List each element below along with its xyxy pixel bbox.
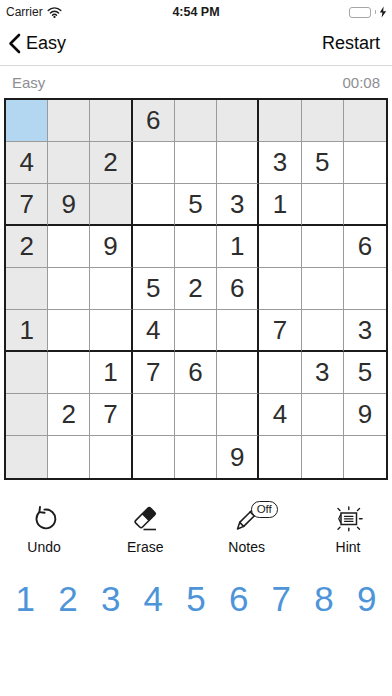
notes-button[interactable]: Off Notes [211, 504, 283, 555]
cell-r1c8[interactable] [344, 142, 386, 184]
numpad-6[interactable]: 6 [217, 579, 260, 619]
cell-r5c0[interactable]: 1 [6, 310, 48, 352]
cell-r4c7[interactable] [302, 268, 344, 310]
cell-r7c0[interactable] [6, 394, 48, 436]
notes-label: Notes [228, 539, 265, 555]
cell-r0c5[interactable] [217, 100, 259, 142]
subheader: Easy 00:08 [0, 66, 392, 98]
cell-r1c4[interactable] [175, 142, 217, 184]
cell-r4c6[interactable] [259, 268, 301, 310]
cell-r6c3[interactable]: 7 [133, 352, 175, 394]
cell-r2c5[interactable]: 3 [217, 184, 259, 226]
hint-label: Hint [336, 539, 361, 555]
undo-button[interactable]: Undo [8, 504, 80, 555]
cell-r3c7[interactable] [302, 226, 344, 268]
cell-r2c8[interactable] [344, 184, 386, 226]
timer: 00:08 [342, 74, 380, 91]
cell-r7c8[interactable]: 9 [344, 394, 386, 436]
cell-r1c6[interactable]: 3 [259, 142, 301, 184]
cell-r8c4[interactable] [175, 436, 217, 478]
battery-icon [349, 7, 371, 18]
toolbar: Undo Erase Off [0, 504, 392, 555]
cell-r3c5[interactable]: 1 [217, 226, 259, 268]
cell-r6c7[interactable]: 3 [302, 352, 344, 394]
cell-r6c4[interactable]: 6 [175, 352, 217, 394]
numpad-1[interactable]: 1 [4, 579, 47, 619]
back-button[interactable]: Easy [8, 33, 66, 54]
nav-bar: Easy Restart [0, 22, 392, 66]
cell-r2c0[interactable]: 7 [6, 184, 48, 226]
cell-r0c3[interactable]: 6 [133, 100, 175, 142]
number-pad: 123456789 [4, 579, 388, 619]
cell-r7c3[interactable] [133, 394, 175, 436]
undo-label: Undo [27, 539, 60, 555]
cell-r0c8[interactable] [344, 100, 386, 142]
numpad-8[interactable]: 8 [303, 579, 346, 619]
cell-r5c6[interactable]: 7 [259, 310, 301, 352]
cell-r2c7[interactable] [302, 184, 344, 226]
cell-r6c0[interactable] [6, 352, 48, 394]
cell-r0c1[interactable] [48, 100, 90, 142]
undo-icon [29, 504, 59, 534]
cell-r8c6[interactable] [259, 436, 301, 478]
sudoku-board: 6423579531291652614731763527499 [4, 98, 388, 480]
cell-r4c4[interactable]: 2 [175, 268, 217, 310]
cell-r8c3[interactable] [133, 436, 175, 478]
charging-bolt-icon [379, 6, 387, 18]
numpad-2[interactable]: 2 [47, 579, 90, 619]
cell-r7c4[interactable] [175, 394, 217, 436]
carrier-label: Carrier [6, 5, 43, 19]
cell-r5c4[interactable] [175, 310, 217, 352]
cell-r5c8[interactable]: 3 [344, 310, 386, 352]
cell-r8c0[interactable] [6, 436, 48, 478]
hint-icon [331, 504, 365, 534]
cell-r3c4[interactable] [175, 226, 217, 268]
cell-r2c6[interactable]: 1 [259, 184, 301, 226]
cell-r2c1[interactable]: 9 [48, 184, 90, 226]
numpad-3[interactable]: 3 [89, 579, 132, 619]
cell-r1c2[interactable]: 2 [90, 142, 132, 184]
cell-r2c4[interactable]: 5 [175, 184, 217, 226]
cell-r3c6[interactable] [259, 226, 301, 268]
cell-r2c3[interactable] [133, 184, 175, 226]
cell-r7c6[interactable]: 4 [259, 394, 301, 436]
cell-r0c2[interactable] [90, 100, 132, 142]
cell-r7c2[interactable]: 7 [90, 394, 132, 436]
eraser-icon [130, 504, 160, 534]
cell-r7c1[interactable]: 2 [48, 394, 90, 436]
cell-r3c2[interactable]: 9 [90, 226, 132, 268]
cell-r5c2[interactable] [90, 310, 132, 352]
back-chevron-icon [8, 33, 21, 54]
cell-r5c3[interactable]: 4 [133, 310, 175, 352]
cell-r5c5[interactable] [217, 310, 259, 352]
cell-r3c0[interactable]: 2 [6, 226, 48, 268]
cell-r0c6[interactable] [259, 100, 301, 142]
back-label: Easy [26, 33, 66, 54]
cell-r6c5[interactable] [217, 352, 259, 394]
cell-r0c7[interactable] [302, 100, 344, 142]
cell-r4c8[interactable] [344, 268, 386, 310]
cell-r5c7[interactable] [302, 310, 344, 352]
erase-label: Erase [127, 539, 164, 555]
cell-r8c5[interactable]: 9 [217, 436, 259, 478]
restart-button[interactable]: Restart [322, 33, 380, 54]
cell-r8c8[interactable] [344, 436, 386, 478]
cell-r1c0[interactable]: 4 [6, 142, 48, 184]
difficulty-label: Easy [12, 74, 45, 91]
cell-r1c7[interactable]: 5 [302, 142, 344, 184]
cell-r6c2[interactable]: 1 [90, 352, 132, 394]
numpad-7[interactable]: 7 [260, 579, 303, 619]
cell-r8c2[interactable] [90, 436, 132, 478]
cell-r8c7[interactable] [302, 436, 344, 478]
cell-r6c8[interactable]: 5 [344, 352, 386, 394]
cell-r2c2[interactable] [90, 184, 132, 226]
cell-r0c4[interactable] [175, 100, 217, 142]
battery-nub [375, 10, 377, 14]
cell-r4c2[interactable] [90, 268, 132, 310]
cell-r5c1[interactable] [48, 310, 90, 352]
numpad-9[interactable]: 9 [345, 579, 388, 619]
cell-r4c5[interactable]: 6 [217, 268, 259, 310]
cell-r1c1[interactable] [48, 142, 90, 184]
hint-button[interactable]: Hint [312, 504, 384, 555]
cell-r1c3[interactable] [133, 142, 175, 184]
cell-r3c1[interactable] [48, 226, 90, 268]
status-bar: Carrier 4:54 PM [0, 0, 392, 22]
cell-r7c5[interactable] [217, 394, 259, 436]
cell-r8c1[interactable] [48, 436, 90, 478]
cell-r4c0[interactable] [6, 268, 48, 310]
cell-r3c8[interactable]: 6 [344, 226, 386, 268]
sudoku-app: Carrier 4:54 PM [0, 0, 392, 696]
cell-r6c1[interactable] [48, 352, 90, 394]
numpad-5[interactable]: 5 [175, 579, 218, 619]
cell-r4c1[interactable] [48, 268, 90, 310]
cell-r7c7[interactable] [302, 394, 344, 436]
wifi-icon [47, 7, 62, 18]
erase-button[interactable]: Erase [109, 504, 181, 555]
cell-r1c5[interactable] [217, 142, 259, 184]
numpad-4[interactable]: 4 [132, 579, 175, 619]
cell-r0c0[interactable] [6, 100, 48, 142]
notes-off-badge: Off [251, 501, 278, 518]
cell-r6c6[interactable] [259, 352, 301, 394]
cell-r4c3[interactable]: 5 [133, 268, 175, 310]
cell-r3c3[interactable] [133, 226, 175, 268]
